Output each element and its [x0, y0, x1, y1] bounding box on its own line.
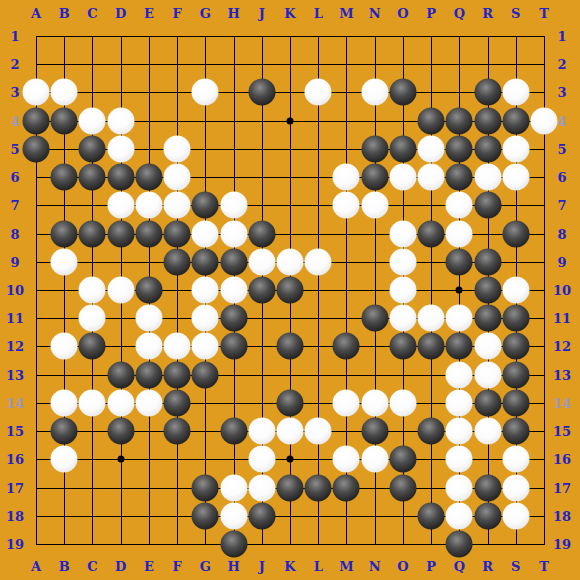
row-label-left-17: 17	[6, 481, 24, 494]
row-label-right-18: 18	[553, 509, 571, 522]
stone-black-J3	[248, 79, 275, 106]
stone-black-K17	[277, 474, 304, 501]
stone-white-R6	[474, 164, 501, 191]
col-label-bottom-J: J	[259, 560, 265, 573]
stone-white-T4	[531, 107, 558, 134]
stone-white-D7	[107, 192, 134, 219]
col-label-top-Q: Q	[454, 7, 465, 20]
stone-black-B4	[51, 107, 78, 134]
row-label-left-19: 19	[6, 538, 24, 551]
stone-black-R4	[474, 107, 501, 134]
stone-black-N5	[361, 135, 388, 162]
row-label-left-4: 4	[10, 114, 19, 127]
stone-black-S11	[502, 305, 529, 332]
stone-black-F9	[164, 248, 191, 275]
stone-black-B15	[51, 418, 78, 445]
stone-white-J9	[248, 248, 275, 275]
stone-white-J15	[248, 418, 275, 445]
stone-black-A5	[23, 135, 50, 162]
stone-white-H8	[220, 220, 247, 247]
stone-white-R15	[474, 418, 501, 445]
stone-white-R13	[474, 361, 501, 388]
stone-white-G12	[192, 333, 219, 360]
stone-black-F15	[164, 418, 191, 445]
row-label-right-12: 12	[553, 340, 571, 353]
stone-white-H7	[220, 192, 247, 219]
row-label-right-9: 9	[557, 255, 566, 268]
row-label-right-5: 5	[557, 142, 566, 155]
stone-black-G13	[192, 361, 219, 388]
stone-black-S15	[502, 418, 529, 445]
row-label-left-13: 13	[6, 368, 24, 381]
stone-black-P15	[418, 418, 445, 445]
stone-white-H17	[220, 474, 247, 501]
row-label-right-3: 3	[557, 86, 566, 99]
stone-black-C6	[79, 164, 106, 191]
row-label-left-7: 7	[10, 199, 19, 212]
star-point	[456, 287, 463, 294]
row-label-right-7: 7	[557, 199, 566, 212]
stone-white-B16	[51, 446, 78, 473]
stone-black-H19	[220, 531, 247, 558]
row-label-left-16: 16	[6, 453, 24, 466]
row-label-left-14: 14	[6, 396, 24, 409]
col-label-top-J: J	[259, 7, 265, 20]
stone-black-H12	[220, 333, 247, 360]
row-label-right-1: 1	[557, 30, 566, 43]
col-label-bottom-S: S	[511, 560, 520, 573]
stone-black-M12	[333, 333, 360, 360]
stone-white-G8	[192, 220, 219, 247]
stone-black-H11	[220, 305, 247, 332]
col-label-bottom-C: C	[87, 560, 97, 573]
stone-black-S8	[502, 220, 529, 247]
stone-black-J8	[248, 220, 275, 247]
row-label-left-12: 12	[6, 340, 24, 353]
stone-black-N15	[361, 418, 388, 445]
stone-black-P4	[418, 107, 445, 134]
stone-white-Q11	[446, 305, 473, 332]
stone-black-Q5	[446, 135, 473, 162]
col-label-top-C: C	[87, 7, 97, 20]
stone-white-Q18	[446, 502, 473, 529]
stone-black-P8	[418, 220, 445, 247]
col-label-top-E: E	[144, 7, 154, 20]
col-label-top-O: O	[397, 7, 408, 20]
stone-white-D5	[107, 135, 134, 162]
stone-black-Q19	[446, 531, 473, 558]
stone-black-D13	[107, 361, 134, 388]
row-label-right-15: 15	[553, 425, 571, 438]
stone-white-H10	[220, 277, 247, 304]
stone-white-Q7	[446, 192, 473, 219]
stone-white-P5	[418, 135, 445, 162]
col-label-bottom-Q: Q	[454, 560, 465, 573]
stone-white-S17	[502, 474, 529, 501]
col-label-top-K: K	[284, 7, 295, 20]
stone-black-K12	[277, 333, 304, 360]
stone-black-R11	[474, 305, 501, 332]
stone-white-F6	[164, 164, 191, 191]
col-label-top-M: M	[339, 7, 353, 20]
row-label-right-19: 19	[553, 538, 571, 551]
stone-black-N6	[361, 164, 388, 191]
stone-white-N7	[361, 192, 388, 219]
stone-white-F12	[164, 333, 191, 360]
stone-white-B3	[51, 79, 78, 106]
stone-black-C5	[79, 135, 106, 162]
stone-white-N3	[361, 79, 388, 106]
stone-black-O5	[389, 135, 416, 162]
stone-black-R10	[474, 277, 501, 304]
row-label-right-6: 6	[557, 171, 566, 184]
stone-black-D8	[107, 220, 134, 247]
stone-white-N16	[361, 446, 388, 473]
stone-white-L9	[305, 248, 332, 275]
stone-black-J10	[248, 277, 275, 304]
stone-black-O16	[389, 446, 416, 473]
stone-white-R12	[474, 333, 501, 360]
stone-white-O8	[389, 220, 416, 247]
stone-white-D4	[107, 107, 134, 134]
stone-black-S14	[502, 389, 529, 416]
stone-black-K14	[277, 389, 304, 416]
col-label-bottom-K: K	[284, 560, 295, 573]
stone-white-Q15	[446, 418, 473, 445]
stone-white-S10	[502, 277, 529, 304]
row-label-left-6: 6	[10, 171, 19, 184]
stone-black-R9	[474, 248, 501, 275]
star-point	[287, 117, 294, 124]
stone-black-C12	[79, 333, 106, 360]
stone-white-S6	[502, 164, 529, 191]
stone-black-Q4	[446, 107, 473, 134]
stone-black-E6	[135, 164, 162, 191]
col-label-top-P: P	[426, 7, 436, 20]
grid-line-vertical	[318, 36, 319, 545]
row-label-right-17: 17	[553, 481, 571, 494]
stone-white-M14	[333, 389, 360, 416]
col-label-bottom-L: L	[314, 560, 323, 573]
row-label-right-8: 8	[557, 227, 566, 240]
row-label-right-16: 16	[553, 453, 571, 466]
stone-black-B6	[51, 164, 78, 191]
stone-white-S3	[502, 79, 529, 106]
stone-white-C10	[79, 277, 106, 304]
stone-white-E11	[135, 305, 162, 332]
col-label-top-H: H	[227, 7, 239, 20]
row-label-left-5: 5	[10, 142, 19, 155]
col-label-top-A: A	[31, 7, 41, 20]
stone-white-L15	[305, 418, 332, 445]
row-label-right-10: 10	[553, 284, 571, 297]
stone-black-P12	[418, 333, 445, 360]
stone-white-K9	[277, 248, 304, 275]
stone-black-R7	[474, 192, 501, 219]
stone-black-D15	[107, 418, 134, 445]
stone-white-S5	[502, 135, 529, 162]
stone-white-D14	[107, 389, 134, 416]
row-label-left-8: 8	[10, 227, 19, 240]
stone-black-K10	[277, 277, 304, 304]
row-label-left-10: 10	[6, 284, 24, 297]
row-label-left-18: 18	[6, 509, 24, 522]
row-label-left-15: 15	[6, 425, 24, 438]
col-label-bottom-N: N	[369, 560, 381, 573]
stone-white-C11	[79, 305, 106, 332]
stone-black-Q9	[446, 248, 473, 275]
stone-white-F5	[164, 135, 191, 162]
col-label-bottom-E: E	[144, 560, 154, 573]
stone-white-O6	[389, 164, 416, 191]
row-label-left-9: 9	[10, 255, 19, 268]
col-label-top-R: R	[482, 7, 493, 20]
col-label-bottom-A: A	[31, 560, 41, 573]
stone-white-M7	[333, 192, 360, 219]
stone-white-S18	[502, 502, 529, 529]
col-label-bottom-F: F	[172, 560, 181, 573]
stone-black-L17	[305, 474, 332, 501]
stone-white-B14	[51, 389, 78, 416]
stone-white-Q16	[446, 446, 473, 473]
row-label-left-1: 1	[10, 30, 19, 43]
stone-black-G9	[192, 248, 219, 275]
go-board[interactable]	[0, 0, 580, 580]
col-label-bottom-G: G	[200, 560, 211, 573]
go-board-screenshot: AABBCCDDEEFFGGHHJJKKLLMMNNOOPPQQRRSSTT11…	[0, 0, 580, 580]
stone-white-A3	[23, 79, 50, 106]
row-label-right-2: 2	[557, 58, 566, 71]
stone-white-N14	[361, 389, 388, 416]
col-label-bottom-H: H	[227, 560, 239, 573]
stone-white-S16	[502, 446, 529, 473]
stone-black-H15	[220, 418, 247, 445]
row-label-right-4: 4	[557, 114, 566, 127]
stone-black-Q6	[446, 164, 473, 191]
stone-white-P11	[418, 305, 445, 332]
stone-black-B8	[51, 220, 78, 247]
col-label-top-D: D	[115, 7, 126, 20]
stone-black-O12	[389, 333, 416, 360]
stone-black-F8	[164, 220, 191, 247]
stone-white-P6	[418, 164, 445, 191]
stone-white-Q13	[446, 361, 473, 388]
col-label-bottom-T: T	[539, 560, 549, 573]
stone-white-O9	[389, 248, 416, 275]
stone-black-S4	[502, 107, 529, 134]
stone-white-Q14	[446, 389, 473, 416]
col-label-top-S: S	[511, 7, 520, 20]
stone-white-G11	[192, 305, 219, 332]
stone-white-G3	[192, 79, 219, 106]
stone-black-C8	[79, 220, 106, 247]
stone-black-R14	[474, 389, 501, 416]
stone-black-G18	[192, 502, 219, 529]
stone-black-O17	[389, 474, 416, 501]
stone-white-F7	[164, 192, 191, 219]
stone-white-E14	[135, 389, 162, 416]
stone-black-D6	[107, 164, 134, 191]
col-label-bottom-P: P	[426, 560, 436, 573]
col-label-top-F: F	[172, 7, 181, 20]
col-label-bottom-M: M	[339, 560, 353, 573]
stone-black-N11	[361, 305, 388, 332]
col-label-top-N: N	[369, 7, 381, 20]
stone-black-G17	[192, 474, 219, 501]
col-label-bottom-B: B	[59, 560, 70, 573]
stone-black-E13	[135, 361, 162, 388]
row-label-left-3: 3	[10, 86, 19, 99]
row-label-right-11: 11	[553, 312, 571, 325]
col-label-bottom-R: R	[482, 560, 493, 573]
stone-white-C4	[79, 107, 106, 134]
stone-white-O10	[389, 277, 416, 304]
stone-white-Q17	[446, 474, 473, 501]
star-point	[287, 456, 294, 463]
stone-white-E12	[135, 333, 162, 360]
stone-white-Q8	[446, 220, 473, 247]
stone-black-S13	[502, 361, 529, 388]
stone-white-J17	[248, 474, 275, 501]
stone-white-O14	[389, 389, 416, 416]
col-label-top-B: B	[59, 7, 70, 20]
star-point	[117, 456, 124, 463]
row-label-right-14: 14	[553, 396, 571, 409]
stone-white-B12	[51, 333, 78, 360]
stone-black-G7	[192, 192, 219, 219]
stone-white-M6	[333, 164, 360, 191]
stone-white-L3	[305, 79, 332, 106]
row-label-left-11: 11	[6, 312, 24, 325]
row-label-right-13: 13	[553, 368, 571, 381]
stone-white-E7	[135, 192, 162, 219]
stone-white-J16	[248, 446, 275, 473]
stone-white-G10	[192, 277, 219, 304]
row-label-left-2: 2	[10, 58, 19, 71]
stone-white-B9	[51, 248, 78, 275]
stone-black-F14	[164, 389, 191, 416]
stone-white-H18	[220, 502, 247, 529]
stone-black-J18	[248, 502, 275, 529]
stone-black-R3	[474, 79, 501, 106]
stone-black-F13	[164, 361, 191, 388]
stone-white-K15	[277, 418, 304, 445]
stone-white-M16	[333, 446, 360, 473]
col-label-top-T: T	[539, 7, 549, 20]
stone-black-R17	[474, 474, 501, 501]
stone-black-P18	[418, 502, 445, 529]
col-label-bottom-O: O	[397, 560, 408, 573]
stone-black-R5	[474, 135, 501, 162]
stone-black-R18	[474, 502, 501, 529]
stone-white-C14	[79, 389, 106, 416]
stone-white-D10	[107, 277, 134, 304]
col-label-bottom-D: D	[115, 560, 126, 573]
col-label-top-L: L	[314, 7, 323, 20]
col-label-top-G: G	[200, 7, 211, 20]
stone-black-E8	[135, 220, 162, 247]
stone-black-M17	[333, 474, 360, 501]
stone-black-Q12	[446, 333, 473, 360]
stone-black-O3	[389, 79, 416, 106]
stone-white-O11	[389, 305, 416, 332]
stone-black-H9	[220, 248, 247, 275]
stone-black-A4	[23, 107, 50, 134]
stone-black-S12	[502, 333, 529, 360]
stone-black-E10	[135, 277, 162, 304]
